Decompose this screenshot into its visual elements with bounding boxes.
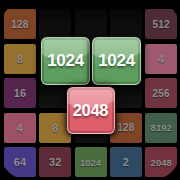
cell-r5c4-tile-2[interactable]: 2 (110, 147, 142, 177)
cell-r1c3-empty (75, 9, 107, 39)
cell-r4c5-tile-8192[interactable]: 8192 (145, 113, 177, 143)
cell-r1c4-empty (110, 9, 142, 39)
floating-tile-2048-label: 2048 (73, 101, 109, 120)
cell-r5c5-tile-2048[interactable]: 2048 (145, 147, 177, 177)
floating-tile-1024-right-label: 1024 (98, 51, 135, 71)
floating-tile-1024-left[interactable]: 1024 (41, 37, 90, 86)
cell-r2c5-tile-4[interactable]: 4 (145, 44, 177, 74)
cell-r4c4-tile-128[interactable]: 128 (110, 113, 142, 143)
cell-r3c5-tile-256[interactable]: 256 (145, 78, 177, 108)
cell-r1c1-tile-128[interactable]: 128 (4, 9, 36, 39)
cell-r3c1-tile-16[interactable]: 16 (4, 78, 36, 108)
app-icon-2048-merge-board: 12851284162564812881926432102422048 1024… (0, 0, 180, 180)
cell-r5c3-tile-1024[interactable]: 1024 (75, 147, 107, 177)
floating-tile-2048-result[interactable]: 2048 (67, 87, 115, 134)
cell-r2c1-tile-8[interactable]: 8 (4, 44, 36, 74)
cell-r5c2-tile-32[interactable]: 32 (39, 147, 71, 177)
floating-tile-1024-left-label: 1024 (47, 51, 84, 71)
cell-r1c5-tile-512[interactable]: 512 (145, 9, 177, 39)
cell-r1c2-empty (39, 9, 71, 39)
cell-r5c1-tile-64[interactable]: 64 (4, 147, 36, 177)
cell-r4c1-tile-4[interactable]: 4 (4, 113, 36, 143)
floating-tile-1024-right[interactable]: 1024 (92, 37, 141, 86)
